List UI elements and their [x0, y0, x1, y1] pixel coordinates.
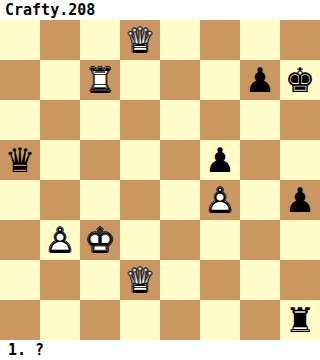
- square-h4[interactable]: ♟: [280, 180, 320, 220]
- square-g2[interactable]: [240, 260, 280, 300]
- square-b8[interactable]: [40, 20, 80, 60]
- square-g8[interactable]: [240, 20, 280, 60]
- square-c5[interactable]: [80, 140, 120, 180]
- white-rook: ♜: [80, 60, 120, 100]
- black-king: ♚: [280, 60, 320, 100]
- square-b1[interactable]: [40, 300, 80, 340]
- square-h8[interactable]: [280, 20, 320, 60]
- black-pawn: ♟: [200, 140, 240, 180]
- black-queen: ♛: [0, 140, 40, 180]
- white-pawn-outline: ♙: [200, 180, 240, 220]
- square-g1[interactable]: [240, 300, 280, 340]
- white-queen-outline: ♕: [120, 260, 160, 300]
- square-a7[interactable]: [0, 60, 40, 100]
- square-g7[interactable]: ♟: [240, 60, 280, 100]
- square-c8[interactable]: [80, 20, 120, 60]
- white-rook-outline: ♖: [80, 60, 120, 100]
- white-pawn: ♟: [200, 180, 240, 220]
- black-pawn: ♟: [280, 180, 320, 220]
- move-prompt: 1. ?: [0, 340, 320, 360]
- white-king-outline: ♔: [80, 220, 120, 260]
- square-e5[interactable]: [160, 140, 200, 180]
- white-pawn-outline: ♙: [40, 220, 80, 260]
- square-f2[interactable]: [200, 260, 240, 300]
- square-e8[interactable]: [160, 20, 200, 60]
- square-b2[interactable]: [40, 260, 80, 300]
- square-a5[interactable]: ♛: [0, 140, 40, 180]
- chess-board: ♛♕♜♖♟♚♛♟♟♙♟♟♙♚♔♛♕♜: [0, 20, 320, 340]
- square-f4[interactable]: ♟♙: [200, 180, 240, 220]
- square-e7[interactable]: [160, 60, 200, 100]
- square-h5[interactable]: [280, 140, 320, 180]
- black-rook: ♜: [280, 300, 320, 340]
- white-pawn: ♟: [40, 220, 80, 260]
- square-b7[interactable]: [40, 60, 80, 100]
- square-h7[interactable]: ♚: [280, 60, 320, 100]
- white-queen: ♛: [120, 260, 160, 300]
- square-a6[interactable]: [0, 100, 40, 140]
- square-c7[interactable]: ♜♖: [80, 60, 120, 100]
- square-a3[interactable]: [0, 220, 40, 260]
- square-e1[interactable]: [160, 300, 200, 340]
- square-c4[interactable]: [80, 180, 120, 220]
- square-g4[interactable]: [240, 180, 280, 220]
- square-f8[interactable]: [200, 20, 240, 60]
- square-h6[interactable]: [280, 100, 320, 140]
- square-h3[interactable]: [280, 220, 320, 260]
- square-f7[interactable]: [200, 60, 240, 100]
- square-f6[interactable]: [200, 100, 240, 140]
- square-a8[interactable]: [0, 20, 40, 60]
- square-d6[interactable]: [120, 100, 160, 140]
- square-d7[interactable]: [120, 60, 160, 100]
- square-h2[interactable]: [280, 260, 320, 300]
- square-c1[interactable]: [80, 300, 120, 340]
- chess-diagram-window: Crafty.208 ♛♕♜♖♟♚♛♟♟♙♟♟♙♚♔♛♕♜ 1. ?: [0, 0, 320, 360]
- square-d1[interactable]: [120, 300, 160, 340]
- square-a4[interactable]: [0, 180, 40, 220]
- square-e6[interactable]: [160, 100, 200, 140]
- square-f3[interactable]: [200, 220, 240, 260]
- square-e3[interactable]: [160, 220, 200, 260]
- square-c6[interactable]: [80, 100, 120, 140]
- square-e4[interactable]: [160, 180, 200, 220]
- square-a2[interactable]: [0, 260, 40, 300]
- white-queen-outline: ♕: [120, 20, 160, 60]
- square-g5[interactable]: [240, 140, 280, 180]
- black-pawn: ♟: [240, 60, 280, 100]
- square-b3[interactable]: ♟♙: [40, 220, 80, 260]
- square-b4[interactable]: [40, 180, 80, 220]
- white-king: ♚: [80, 220, 120, 260]
- square-f1[interactable]: [200, 300, 240, 340]
- square-g3[interactable]: [240, 220, 280, 260]
- square-a1[interactable]: [0, 300, 40, 340]
- square-c2[interactable]: [80, 260, 120, 300]
- square-d2[interactable]: ♛♕: [120, 260, 160, 300]
- square-b6[interactable]: [40, 100, 80, 140]
- square-c3[interactable]: ♚♔: [80, 220, 120, 260]
- square-d8[interactable]: ♛♕: [120, 20, 160, 60]
- square-d5[interactable]: [120, 140, 160, 180]
- window-title: Crafty.208: [0, 0, 320, 20]
- square-d3[interactable]: [120, 220, 160, 260]
- square-f5[interactable]: ♟: [200, 140, 240, 180]
- square-g6[interactable]: [240, 100, 280, 140]
- square-d4[interactable]: [120, 180, 160, 220]
- square-h1[interactable]: ♜: [280, 300, 320, 340]
- white-queen: ♛: [120, 20, 160, 60]
- square-b5[interactable]: [40, 140, 80, 180]
- square-e2[interactable]: [160, 260, 200, 300]
